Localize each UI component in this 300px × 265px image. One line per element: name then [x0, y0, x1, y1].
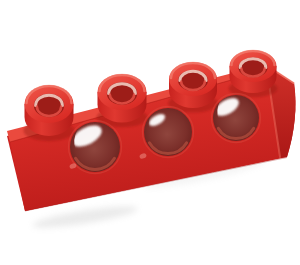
lego-brick-illustration	[0, 0, 300, 265]
stud-1	[24, 85, 75, 141]
stud-2	[97, 74, 148, 127]
product-photo-canvas	[0, 0, 300, 265]
technic-hole-3	[212, 94, 261, 143]
technic-hole-1	[69, 121, 122, 174]
stud-3	[168, 62, 218, 113]
stud-4	[229, 50, 278, 97]
